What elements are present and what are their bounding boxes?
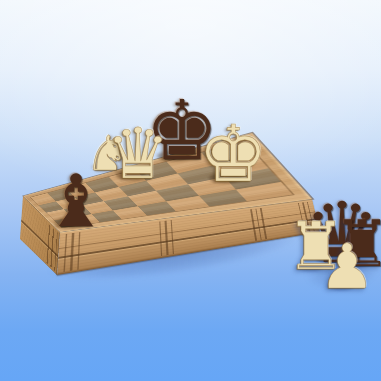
chess-piece-white-king: ♚ [198, 115, 268, 193]
pieces-layer: ♚♞♛♚♝♛♜♜♟ [0, 0, 381, 381]
chess-piece-white-queen: ♛ [107, 119, 170, 189]
chess-piece-white-pawn: ♟ [319, 236, 375, 298]
chess-piece-black-bishop: ♝ [44, 165, 109, 237]
product-photo: ♚♞♛♚♝♛♜♜♟ [0, 0, 381, 381]
